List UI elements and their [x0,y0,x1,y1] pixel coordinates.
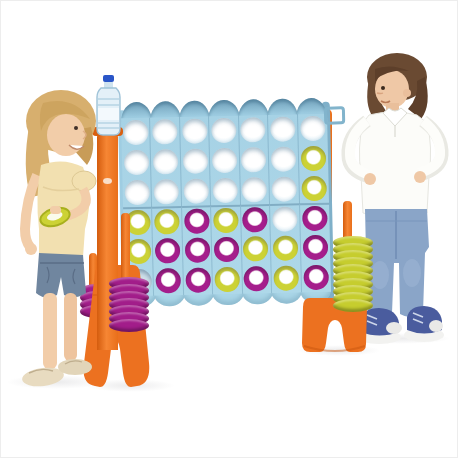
boy-left-hand [364,173,376,185]
empty-hole [271,176,297,202]
yellow-disc [273,265,299,291]
cell-r4c6 [270,203,300,233]
girl-shorts [36,253,86,298]
cell-r1c5 [239,115,269,145]
cell-r2c3 [181,146,211,176]
empty-hole [270,117,296,143]
cell-r6c5 [242,263,272,293]
girl-left-arm [25,175,37,247]
product-photo-giant-connect-four [0,0,458,458]
cell-r3c5 [240,174,270,204]
empty-hole [241,147,267,173]
cell-r2c4 [210,145,240,175]
cell-r4c5 [241,204,271,234]
cell-r4c4 [211,205,241,235]
boy-jeans [365,209,429,317]
magenta-disc [155,238,181,264]
boy-right-hand [414,171,426,183]
empty-hole [153,149,179,175]
yellow-disc [301,146,327,172]
cell-r5c2 [153,236,183,266]
bottle-cap [103,75,114,82]
empty-hole [240,117,266,143]
empty-hole [272,207,298,233]
magenta-disc [184,237,210,263]
yellow-disc [301,175,327,201]
cell-r4c3 [182,205,212,235]
cell-r1c3 [180,116,210,146]
cell-r1c2 [150,117,180,147]
cell-r4c7 [300,203,330,233]
magenta-disc [303,264,329,290]
empty-hole [271,146,297,172]
magenta-disc [185,267,211,293]
empty-hole [183,178,209,204]
cell-r6c7 [301,262,331,292]
spare-yellow-disc [333,299,373,312]
yellow-disc [243,236,269,262]
cell-r1c4 [209,116,239,146]
boy-polo-shirt [348,108,442,218]
cell-r3c6 [270,174,300,204]
cell-r2c6 [269,144,299,174]
yellow-disc [273,235,299,261]
spare-disc-stack-yellow [333,236,373,312]
cell-r5c3 [183,235,213,265]
empty-hole [182,148,208,174]
empty-hole [152,119,178,145]
cell-r3c2 [152,176,182,206]
magenta-disc [184,209,210,235]
empty-hole [300,116,326,142]
cell-r3c3 [181,176,211,206]
empty-hole [242,177,268,203]
magenta-disc [302,206,328,232]
cell-r6c3 [183,265,213,295]
yellow-disc [214,266,240,292]
yellow-disc [154,209,180,235]
girl-legs [43,293,77,369]
cell-r6c4 [213,264,243,294]
girl-left-hand [25,243,37,255]
girl-right-hand [50,206,61,214]
cell-r1c6 [268,114,298,144]
cell-r3c7 [299,173,329,203]
cell-r4c2 [152,206,182,236]
yellow-disc [213,208,239,234]
magenta-disc [303,235,329,261]
cell-r6c6 [272,263,302,293]
cell-r2c2 [151,147,181,177]
magenta-disc [243,207,269,233]
empty-hole [154,179,180,205]
cell-r2c5 [239,145,269,175]
cell-r5c6 [271,233,301,263]
cell-r2c7 [298,143,328,173]
cell-r5c4 [212,234,242,264]
empty-hole [182,119,208,145]
cell-r3c4 [211,175,241,205]
empty-hole [212,148,238,174]
cell-r5c7 [300,232,330,262]
cell-r5c5 [241,234,271,264]
cell-r6c2 [154,265,184,295]
top-hook-clip [324,106,345,124]
water-bottle [93,75,123,137]
empty-hole [211,118,237,144]
magenta-disc [244,266,270,292]
magenta-disc [214,237,240,263]
empty-hole [212,177,238,203]
magenta-disc [156,268,182,294]
